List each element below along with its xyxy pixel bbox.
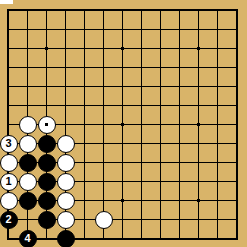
intersection[interactable] (227, 1, 246, 20)
intersection[interactable] (189, 20, 208, 39)
stone-black[interactable] (19, 154, 37, 172)
intersection[interactable] (18, 96, 37, 115)
intersection[interactable] (132, 20, 151, 39)
intersection[interactable] (113, 1, 132, 20)
stone-white[interactable] (19, 173, 37, 191)
stone-black[interactable] (19, 192, 37, 210)
intersection[interactable] (227, 153, 246, 172)
intersection[interactable] (132, 172, 151, 191)
intersection[interactable] (18, 77, 37, 96)
intersection[interactable] (75, 39, 94, 58)
stone-white[interactable] (0, 192, 18, 210)
intersection[interactable] (208, 1, 227, 20)
intersection[interactable] (170, 96, 189, 115)
intersection[interactable] (18, 20, 37, 39)
intersection[interactable] (113, 20, 132, 39)
intersection[interactable] (189, 134, 208, 153)
intersection[interactable] (227, 115, 246, 134)
intersection[interactable] (18, 39, 37, 58)
stone-black[interactable]: 2 (0, 211, 18, 229)
intersection[interactable] (75, 115, 94, 134)
intersection[interactable] (151, 153, 170, 172)
move-number-label: 4 (24, 233, 30, 244)
intersection[interactable] (75, 229, 94, 247)
intersection[interactable] (75, 77, 94, 96)
intersection[interactable] (132, 58, 151, 77)
intersection[interactable] (75, 20, 94, 39)
intersection[interactable] (56, 1, 75, 20)
intersection[interactable] (75, 134, 94, 153)
intersection[interactable] (56, 191, 75, 210)
intersection[interactable] (37, 58, 56, 77)
intersection[interactable] (151, 115, 170, 134)
intersection[interactable] (94, 229, 113, 247)
stone-white[interactable] (57, 173, 75, 191)
intersection[interactable] (0, 229, 18, 247)
intersection[interactable] (208, 210, 227, 229)
intersection[interactable] (56, 58, 75, 77)
intersection[interactable] (170, 134, 189, 153)
intersection[interactable] (113, 58, 132, 77)
intersection[interactable] (94, 96, 113, 115)
intersection[interactable] (18, 115, 37, 134)
intersection[interactable] (75, 1, 94, 20)
stone-white[interactable] (0, 154, 18, 172)
stone-white[interactable] (95, 211, 113, 229)
intersection[interactable] (189, 96, 208, 115)
intersection[interactable] (170, 115, 189, 134)
intersection[interactable] (189, 153, 208, 172)
star-point (45, 123, 48, 126)
intersection[interactable] (227, 134, 246, 153)
intersection[interactable]: 4 (18, 229, 37, 247)
intersection[interactable] (37, 172, 56, 191)
intersection[interactable] (37, 229, 56, 247)
intersection[interactable] (0, 1, 18, 20)
stone-white[interactable] (57, 211, 75, 229)
stone-white[interactable] (19, 116, 37, 134)
intersection[interactable] (18, 134, 37, 153)
intersection[interactable] (113, 210, 132, 229)
intersection[interactable] (18, 172, 37, 191)
intersection[interactable] (94, 191, 113, 210)
intersection[interactable] (0, 96, 18, 115)
intersection[interactable] (189, 1, 208, 20)
intersection[interactable] (170, 191, 189, 210)
intersection[interactable] (151, 172, 170, 191)
move-number-label: 2 (5, 214, 11, 225)
intersection[interactable] (170, 153, 189, 172)
intersection[interactable] (227, 191, 246, 210)
intersection[interactable] (170, 58, 189, 77)
intersection[interactable] (189, 58, 208, 77)
intersection[interactable] (170, 1, 189, 20)
star-point (45, 199, 48, 202)
stone-black[interactable] (38, 154, 56, 172)
intersection[interactable] (0, 115, 18, 134)
star-point (121, 47, 124, 50)
intersection[interactable] (151, 20, 170, 39)
intersection[interactable] (56, 210, 75, 229)
intersection[interactable] (75, 58, 94, 77)
intersection[interactable] (151, 1, 170, 20)
intersection[interactable] (170, 77, 189, 96)
intersection[interactable] (132, 153, 151, 172)
intersection[interactable] (208, 58, 227, 77)
intersection[interactable] (56, 77, 75, 96)
stone-white[interactable]: 1 (0, 173, 18, 191)
intersection[interactable] (56, 39, 75, 58)
intersection[interactable] (189, 77, 208, 96)
intersection[interactable] (113, 96, 132, 115)
intersection[interactable] (56, 172, 75, 191)
intersection[interactable] (75, 191, 94, 210)
intersection[interactable] (151, 96, 170, 115)
intersection[interactable] (75, 172, 94, 191)
intersection[interactable] (227, 39, 246, 58)
stone-white[interactable] (19, 135, 37, 153)
intersection[interactable] (18, 1, 37, 20)
intersection[interactable] (37, 210, 56, 229)
intersection[interactable] (94, 20, 113, 39)
stone-white[interactable]: 3 (0, 135, 18, 153)
intersection[interactable] (18, 153, 37, 172)
intersection[interactable]: 3 (0, 134, 18, 153)
intersection[interactable] (113, 134, 132, 153)
intersection[interactable] (189, 210, 208, 229)
intersection[interactable] (132, 39, 151, 58)
intersection[interactable] (170, 172, 189, 191)
intersection[interactable] (208, 20, 227, 39)
intersection[interactable] (94, 1, 113, 20)
star-point (121, 199, 124, 202)
intersection[interactable] (94, 134, 113, 153)
intersection[interactable] (56, 229, 75, 247)
intersection[interactable] (37, 134, 56, 153)
intersection[interactable] (0, 77, 18, 96)
intersection[interactable] (75, 153, 94, 172)
intersection[interactable] (170, 39, 189, 58)
intersection[interactable] (56, 115, 75, 134)
intersection[interactable] (132, 96, 151, 115)
star-point (197, 123, 200, 126)
intersection[interactable] (0, 191, 18, 210)
intersection[interactable] (208, 77, 227, 96)
intersection[interactable] (151, 58, 170, 77)
intersection[interactable] (151, 77, 170, 96)
intersection[interactable] (113, 77, 132, 96)
intersection[interactable] (75, 96, 94, 115)
intersection[interactable] (94, 172, 113, 191)
intersection[interactable]: 2 (0, 210, 18, 229)
intersection[interactable] (189, 229, 208, 247)
intersection[interactable]: 1 (0, 172, 18, 191)
intersection[interactable] (37, 20, 56, 39)
intersection[interactable] (208, 115, 227, 134)
intersection[interactable] (94, 58, 113, 77)
intersection[interactable] (227, 172, 246, 191)
star-point (197, 199, 200, 202)
go-board[interactable]: 3124 (8, 10, 237, 239)
intersection[interactable] (0, 20, 18, 39)
intersection[interactable] (0, 153, 18, 172)
intersection[interactable] (132, 229, 151, 247)
intersection[interactable] (18, 191, 37, 210)
intersection[interactable] (132, 134, 151, 153)
intersection[interactable] (56, 20, 75, 39)
move-number-label: 3 (5, 138, 11, 149)
move-number-label: 1 (5, 176, 11, 187)
intersection[interactable] (94, 39, 113, 58)
intersection[interactable] (18, 58, 37, 77)
stone-black[interactable] (38, 135, 56, 153)
intersection[interactable] (94, 153, 113, 172)
intersection[interactable] (132, 1, 151, 20)
intersection[interactable] (94, 210, 113, 229)
intersection[interactable] (56, 96, 75, 115)
intersection[interactable] (151, 39, 170, 58)
intersection[interactable] (170, 229, 189, 247)
intersection[interactable] (227, 229, 246, 247)
intersection[interactable] (132, 191, 151, 210)
intersection[interactable] (208, 172, 227, 191)
intersection[interactable] (37, 96, 56, 115)
intersection[interactable] (170, 20, 189, 39)
intersection[interactable] (113, 229, 132, 247)
intersection[interactable] (189, 172, 208, 191)
star-point (121, 123, 124, 126)
intersection[interactable] (170, 210, 189, 229)
intersection[interactable] (56, 153, 75, 172)
intersection[interactable] (56, 134, 75, 153)
intersection[interactable] (227, 210, 246, 229)
intersection[interactable] (151, 229, 170, 247)
intersection[interactable] (227, 77, 246, 96)
intersection[interactable] (227, 96, 246, 115)
stone-white[interactable] (57, 192, 75, 210)
intersection[interactable] (151, 191, 170, 210)
intersection[interactable] (208, 153, 227, 172)
stone-white[interactable] (57, 135, 75, 153)
intersection[interactable] (227, 58, 246, 77)
intersection[interactable] (151, 134, 170, 153)
intersection[interactable] (37, 77, 56, 96)
intersection[interactable] (18, 210, 37, 229)
intersection[interactable] (132, 210, 151, 229)
intersection[interactable] (37, 153, 56, 172)
stone-black[interactable] (38, 211, 56, 229)
intersection[interactable] (208, 191, 227, 210)
intersection[interactable] (94, 77, 113, 96)
intersection[interactable] (132, 115, 151, 134)
stone-black[interactable]: 4 (19, 230, 37, 247)
intersection[interactable] (151, 210, 170, 229)
intersection[interactable] (208, 39, 227, 58)
intersection[interactable] (208, 134, 227, 153)
intersection[interactable] (0, 58, 18, 77)
stone-black[interactable] (57, 230, 75, 247)
intersection[interactable] (113, 172, 132, 191)
intersection[interactable] (208, 96, 227, 115)
intersection[interactable] (132, 77, 151, 96)
intersection[interactable] (113, 153, 132, 172)
intersection[interactable] (37, 1, 56, 20)
intersection[interactable] (0, 39, 18, 58)
intersection[interactable] (94, 115, 113, 134)
star-point (45, 47, 48, 50)
star-point (197, 47, 200, 50)
intersection[interactable] (208, 229, 227, 247)
stone-white[interactable] (57, 154, 75, 172)
intersection[interactable] (75, 210, 94, 229)
stone-black[interactable] (38, 173, 56, 191)
intersection[interactable] (227, 20, 246, 39)
